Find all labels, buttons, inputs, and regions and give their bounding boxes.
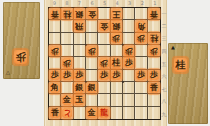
board-cell-8一[interactable]: 桂 bbox=[61, 8, 73, 20]
board-grid[interactable]: 香桂銀金王香飛金銀角歩歩桂歩歩歩歩歩歩桂歩歩歩歩歩歩歩歩角銀銀香金玉香と金龍 bbox=[48, 7, 161, 120]
shogi-piece-歩[interactable]: 歩 bbox=[111, 33, 121, 43]
board-cell-2七[interactable] bbox=[135, 82, 147, 94]
gote-turn-marker: △ bbox=[6, 70, 10, 75]
board-cell-2一[interactable] bbox=[135, 8, 147, 20]
board-cell-6三[interactable] bbox=[86, 33, 98, 45]
board-cell-1一[interactable]: 香 bbox=[148, 8, 160, 20]
board-cell-6八[interactable] bbox=[86, 94, 98, 106]
piece-glyph: 歩 bbox=[51, 47, 59, 55]
piece-glyph: 金 bbox=[88, 10, 96, 18]
board-cell-4八[interactable] bbox=[111, 94, 123, 106]
piece-glyph: 歩 bbox=[125, 59, 133, 67]
piece-glyph: 香 bbox=[150, 84, 158, 92]
board-cell-4三[interactable]: 歩 bbox=[111, 33, 123, 45]
board-cell-8三[interactable] bbox=[61, 33, 73, 45]
shogi-piece-桂[interactable]: 桂 bbox=[62, 9, 72, 19]
shogi-piece-歩[interactable]: 歩 bbox=[62, 58, 72, 68]
shogi-piece-歩[interactable]: 歩 bbox=[124, 58, 134, 68]
board-cell-3八[interactable] bbox=[123, 94, 135, 106]
board-cell-8二[interactable] bbox=[61, 20, 73, 32]
piece-glyph: 歩 bbox=[150, 71, 158, 79]
board-cell-3四[interactable]: 歩 bbox=[123, 45, 135, 57]
board-cell-6一[interactable]: 金 bbox=[86, 8, 98, 20]
shogi-piece-玉[interactable]: 玉 bbox=[74, 95, 84, 105]
shogi-piece-桂[interactable]: 桂 bbox=[111, 58, 121, 68]
piece-glyph: 香 bbox=[51, 10, 59, 18]
shogi-piece-歩[interactable]: 歩 bbox=[62, 70, 72, 80]
shogi-piece-王[interactable]: 王 bbox=[111, 9, 121, 19]
board-cell-5七[interactable] bbox=[98, 82, 110, 94]
board-cell-5八[interactable] bbox=[98, 94, 110, 106]
shogi-piece-歩[interactable]: 歩 bbox=[50, 70, 60, 80]
board-cell-5三[interactable] bbox=[98, 33, 110, 45]
shogi-piece-桂[interactable]: 桂 bbox=[174, 58, 187, 72]
board-cell-8四[interactable] bbox=[61, 45, 73, 57]
file-label: 8 bbox=[61, 1, 74, 6]
board-cell-9九[interactable]: 香 bbox=[49, 107, 61, 119]
komadai-sente: ▲ 桂 bbox=[168, 43, 208, 124]
rank-label: 一 bbox=[161, 7, 167, 20]
board-cell-8五[interactable]: 歩 bbox=[61, 57, 73, 69]
board-cell-1五[interactable] bbox=[148, 57, 160, 69]
board-cell-5五[interactable]: 歩 bbox=[98, 57, 110, 69]
shogi-piece-歩[interactable]: 歩 bbox=[99, 58, 109, 68]
shogi-piece-銀[interactable]: 銀 bbox=[74, 83, 84, 93]
shogi-piece-銀[interactable]: 銀 bbox=[111, 21, 121, 31]
shogi-piece-歩[interactable]: 歩 bbox=[99, 70, 109, 80]
piece-glyph: と bbox=[63, 109, 71, 117]
board-cell-7五[interactable] bbox=[74, 57, 86, 69]
board-cell-3三[interactable] bbox=[123, 33, 135, 45]
rank-label: 八 bbox=[161, 95, 167, 108]
board-cell-6七[interactable]: 銀 bbox=[86, 82, 98, 94]
shogi-piece-金[interactable]: 金 bbox=[87, 108, 97, 118]
board-cell-1三[interactable]: 桂 bbox=[148, 33, 160, 45]
board-cell-2四[interactable] bbox=[135, 45, 147, 57]
shogi-piece-歩[interactable]: 歩 bbox=[111, 70, 121, 80]
piece-glyph: 桂 bbox=[112, 59, 120, 67]
piece-glyph: 銀 bbox=[88, 84, 96, 92]
piece-glyph: 歩 bbox=[75, 71, 83, 79]
piece-glyph: 歩 bbox=[51, 71, 59, 79]
board-cell-8六[interactable]: 歩 bbox=[61, 70, 73, 82]
board-cell-9二[interactable] bbox=[49, 20, 61, 32]
board-cell-9五[interactable] bbox=[49, 57, 61, 69]
board-cell-6六[interactable] bbox=[86, 70, 98, 82]
board-cell-3五[interactable]: 歩 bbox=[123, 57, 135, 69]
board-cell-7九[interactable] bbox=[74, 107, 86, 119]
piece-glyph: 金 bbox=[100, 22, 108, 30]
board-cell-4六[interactable]: 歩 bbox=[111, 70, 123, 82]
board-cell-7四[interactable] bbox=[74, 45, 86, 57]
piece-glyph: 歩 bbox=[100, 59, 108, 67]
piece-glyph: 角 bbox=[51, 84, 59, 92]
board-cell-1八[interactable] bbox=[148, 94, 160, 106]
board-cell-2九[interactable] bbox=[135, 107, 147, 119]
board-cell-9四[interactable]: 歩 bbox=[49, 45, 61, 57]
piece-glyph: 歩 bbox=[137, 71, 145, 79]
piece-glyph: 歩 bbox=[63, 59, 71, 67]
board-cell-1四[interactable]: 歩 bbox=[148, 45, 160, 57]
piece-glyph: 玉 bbox=[75, 96, 83, 104]
piece-glyph: 歩 bbox=[112, 34, 120, 42]
file-label: 6 bbox=[86, 1, 99, 6]
piece-glyph: 歩 bbox=[112, 71, 120, 79]
board-cell-8七[interactable] bbox=[61, 82, 73, 94]
board-cell-4九[interactable] bbox=[111, 107, 123, 119]
piece-glyph: 歩 bbox=[100, 71, 108, 79]
shogi-piece-香[interactable]: 香 bbox=[149, 83, 159, 93]
shogi-piece-金[interactable]: 金 bbox=[87, 9, 97, 19]
board-cell-6二[interactable] bbox=[86, 20, 98, 32]
piece-glyph: 歩 bbox=[137, 34, 145, 42]
board-cell-2八[interactable] bbox=[135, 94, 147, 106]
shogi-piece-香[interactable]: 香 bbox=[149, 9, 159, 19]
file-label: 5 bbox=[98, 1, 111, 6]
shogi-piece-銀[interactable]: 銀 bbox=[87, 83, 97, 93]
board-cell-6九[interactable]: 金 bbox=[86, 107, 98, 119]
board-cell-7七[interactable]: 銀 bbox=[74, 82, 86, 94]
piece-glyph: 香 bbox=[150, 10, 158, 18]
board-cell-6四[interactable]: 歩 bbox=[86, 45, 98, 57]
piece-glyph: 銀 bbox=[75, 10, 83, 18]
board-cell-8八[interactable]: 金 bbox=[61, 94, 73, 106]
board-cell-7六[interactable]: 歩 bbox=[74, 70, 86, 82]
board-cell-3九[interactable] bbox=[123, 107, 135, 119]
shogi-piece-と[interactable]: と bbox=[62, 108, 72, 118]
board-cell-7一[interactable]: 銀 bbox=[74, 8, 86, 20]
shogi-piece-龍[interactable]: 龍 bbox=[99, 108, 109, 118]
board-cell-5一[interactable] bbox=[98, 8, 110, 20]
file-label: 1 bbox=[149, 1, 162, 6]
piece-glyph: 歩 bbox=[88, 47, 96, 55]
shogi-piece-歩[interactable]: 歩 bbox=[14, 50, 27, 64]
shogi-piece-歩[interactable]: 歩 bbox=[87, 46, 97, 56]
board-cell-7二[interactable]: 飛 bbox=[74, 20, 86, 32]
board-cell-5四[interactable] bbox=[98, 45, 110, 57]
shogi-piece-香[interactable]: 香 bbox=[50, 108, 60, 118]
shogi-piece-金[interactable]: 金 bbox=[62, 95, 72, 105]
shogi-piece-歩[interactable]: 歩 bbox=[136, 33, 146, 43]
board-cell-5六[interactable]: 歩 bbox=[98, 70, 110, 82]
rank-label: 二 bbox=[161, 20, 167, 33]
piece-glyph: 銀 bbox=[112, 22, 120, 30]
rank-label: 五 bbox=[161, 57, 167, 70]
board-cell-2三[interactable]: 歩 bbox=[135, 33, 147, 45]
sente-turn-marker: ▲ bbox=[171, 45, 175, 50]
board-cell-7三[interactable] bbox=[74, 33, 86, 45]
board-cell-3六[interactable] bbox=[123, 70, 135, 82]
file-labels: 987654321 bbox=[48, 1, 161, 6]
piece-glyph: 飛 bbox=[75, 22, 83, 30]
piece-glyph: 王 bbox=[112, 10, 120, 18]
board-cell-3七[interactable] bbox=[123, 82, 135, 94]
shogi-piece-銀[interactable]: 銀 bbox=[74, 9, 84, 19]
board-cell-5九[interactable]: 龍 bbox=[98, 107, 110, 119]
board-cell-9七[interactable]: 角 bbox=[49, 82, 61, 94]
board-cell-1九[interactable] bbox=[148, 107, 160, 119]
board-cell-2二[interactable]: 角 bbox=[135, 20, 147, 32]
board-cell-4七[interactable] bbox=[111, 82, 123, 94]
board-cell-2六[interactable]: 歩 bbox=[135, 70, 147, 82]
piece-glyph: 金 bbox=[88, 109, 96, 117]
shogi-piece-歩[interactable]: 歩 bbox=[149, 46, 159, 56]
piece-glyph: 銀 bbox=[75, 84, 83, 92]
shogi-piece-歩[interactable]: 歩 bbox=[74, 70, 84, 80]
board-cell-9一[interactable]: 香 bbox=[49, 8, 61, 20]
board-cell-1六[interactable]: 歩 bbox=[148, 70, 160, 82]
shogi-piece-桂[interactable]: 桂 bbox=[149, 33, 159, 43]
piece-glyph: 角 bbox=[137, 22, 145, 30]
shogi-piece-歩[interactable]: 歩 bbox=[50, 46, 60, 56]
shogi-piece-金[interactable]: 金 bbox=[99, 21, 109, 31]
file-label: 9 bbox=[48, 1, 61, 6]
hoshi-dot bbox=[122, 81, 124, 83]
board-cell-3一[interactable] bbox=[123, 8, 135, 20]
board-cell-5二[interactable]: 金 bbox=[98, 20, 110, 32]
piece-glyph: 金 bbox=[63, 96, 71, 104]
piece-glyph: 歩 bbox=[150, 47, 158, 55]
shogi-piece-角[interactable]: 角 bbox=[50, 83, 60, 93]
board-cell-7八[interactable]: 玉 bbox=[74, 94, 86, 106]
file-label: 2 bbox=[136, 1, 149, 6]
rank-label: 四 bbox=[161, 45, 167, 58]
shogi-piece-香[interactable]: 香 bbox=[50, 9, 60, 19]
piece-glyph: 歩 bbox=[125, 47, 133, 55]
piece-glyph: 桂 bbox=[176, 60, 186, 70]
board-cell-6五[interactable] bbox=[86, 57, 98, 69]
board-cell-9八[interactable] bbox=[49, 94, 61, 106]
file-label: 4 bbox=[111, 1, 124, 6]
rank-labels: 一二三四五六七八九 bbox=[161, 7, 167, 120]
board-cell-1七[interactable]: 香 bbox=[148, 82, 160, 94]
shogi-board-panel: 987654321 一二三四五六七八九 香桂銀金王香飛金銀角歩歩桂歩歩歩歩歩歩桂… bbox=[44, 0, 167, 126]
board-cell-2五[interactable] bbox=[135, 57, 147, 69]
piece-glyph: 香 bbox=[51, 109, 59, 117]
board-cell-4五[interactable]: 桂 bbox=[111, 57, 123, 69]
shogi-piece-歩[interactable]: 歩 bbox=[149, 70, 159, 80]
board-cell-4一[interactable]: 王 bbox=[111, 8, 123, 20]
board-cell-9六[interactable]: 歩 bbox=[49, 70, 61, 82]
board-cell-3二[interactable] bbox=[123, 20, 135, 32]
piece-glyph: 歩 bbox=[63, 71, 71, 79]
piece-glyph: 龍 bbox=[100, 109, 108, 117]
shogi-app: 歩 △ 987654321 一二三四五六七八九 香桂銀金王香飛金銀角歩歩桂歩歩歩… bbox=[0, 0, 210, 126]
shogi-piece-歩[interactable]: 歩 bbox=[124, 46, 134, 56]
piece-glyph: 桂 bbox=[63, 10, 71, 18]
rank-label: 九 bbox=[161, 108, 167, 121]
shogi-piece-歩[interactable]: 歩 bbox=[136, 70, 146, 80]
komadai-gote: 歩 △ bbox=[3, 2, 40, 79]
board-cell-1二[interactable] bbox=[148, 20, 160, 32]
shogi-piece-飛[interactable]: 飛 bbox=[74, 21, 84, 31]
file-label: 7 bbox=[73, 1, 86, 6]
board-cell-9三[interactable] bbox=[49, 33, 61, 45]
rank-label: 三 bbox=[161, 32, 167, 45]
file-label: 3 bbox=[123, 1, 136, 6]
rank-label: 六 bbox=[161, 70, 167, 83]
piece-glyph: 桂 bbox=[150, 34, 158, 42]
board-cell-4二[interactable]: 銀 bbox=[111, 20, 123, 32]
board-cell-4四[interactable] bbox=[111, 45, 123, 57]
rank-label: 七 bbox=[161, 82, 167, 95]
shogi-piece-角[interactable]: 角 bbox=[136, 21, 146, 31]
piece-glyph: 歩 bbox=[16, 52, 26, 62]
board-cell-8九[interactable]: と bbox=[61, 107, 73, 119]
